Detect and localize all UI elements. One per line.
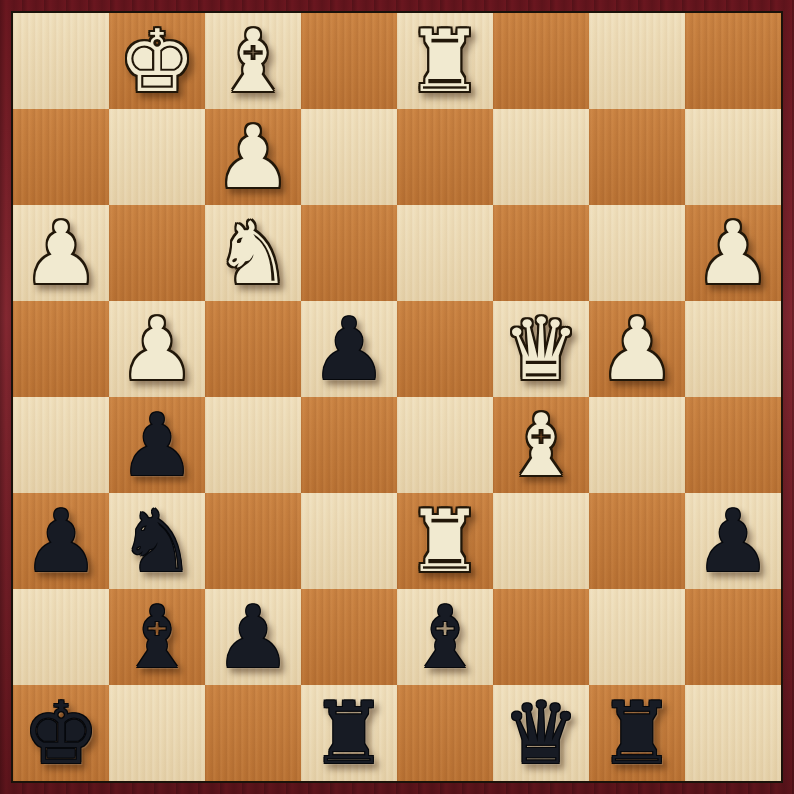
square-d3[interactable] bbox=[301, 493, 397, 589]
black-pawn-d5[interactable]: ♟ bbox=[310, 301, 387, 397]
square-c8[interactable]: ♝ bbox=[205, 13, 301, 109]
white-pawn-c7[interactable]: ♟ bbox=[214, 109, 291, 205]
square-b8[interactable]: ♚ bbox=[109, 13, 205, 109]
square-h3[interactable]: ♟ bbox=[685, 493, 781, 589]
square-f6[interactable] bbox=[493, 205, 589, 301]
white-pawn-h6[interactable]: ♟ bbox=[694, 205, 771, 301]
square-c5[interactable] bbox=[205, 301, 301, 397]
square-a6[interactable]: ♟ bbox=[13, 205, 109, 301]
square-g7[interactable] bbox=[589, 109, 685, 205]
chess-board: ♚♝♜♟♟♞♟♟♟♛♟♟♝♟♞♜♟♝♟♝♚♜♛♜ bbox=[11, 11, 783, 783]
square-f2[interactable] bbox=[493, 589, 589, 685]
square-a3[interactable]: ♟ bbox=[13, 493, 109, 589]
square-e1[interactable] bbox=[397, 685, 493, 781]
white-knight-c6[interactable]: ♞ bbox=[214, 205, 291, 301]
black-pawn-b4[interactable]: ♟ bbox=[118, 397, 195, 493]
square-c3[interactable] bbox=[205, 493, 301, 589]
square-a8[interactable] bbox=[13, 13, 109, 109]
square-g8[interactable] bbox=[589, 13, 685, 109]
square-e3[interactable]: ♜ bbox=[397, 493, 493, 589]
square-h5[interactable] bbox=[685, 301, 781, 397]
square-h6[interactable]: ♟ bbox=[685, 205, 781, 301]
square-b5[interactable]: ♟ bbox=[109, 301, 205, 397]
white-bishop-f4[interactable]: ♝ bbox=[502, 397, 579, 493]
square-h7[interactable] bbox=[685, 109, 781, 205]
white-queen-f5[interactable]: ♛ bbox=[502, 301, 579, 397]
black-rook-g1[interactable]: ♜ bbox=[598, 685, 675, 781]
square-c7[interactable]: ♟ bbox=[205, 109, 301, 205]
square-f3[interactable] bbox=[493, 493, 589, 589]
black-queen-f1[interactable]: ♛ bbox=[502, 685, 579, 781]
black-king-a1[interactable]: ♚ bbox=[22, 685, 99, 781]
square-a1[interactable]: ♚ bbox=[13, 685, 109, 781]
square-e8[interactable]: ♜ bbox=[397, 13, 493, 109]
square-g5[interactable]: ♟ bbox=[589, 301, 685, 397]
square-h8[interactable] bbox=[685, 13, 781, 109]
square-b2[interactable]: ♝ bbox=[109, 589, 205, 685]
square-b4[interactable]: ♟ bbox=[109, 397, 205, 493]
square-f1[interactable]: ♛ bbox=[493, 685, 589, 781]
square-e2[interactable]: ♝ bbox=[397, 589, 493, 685]
black-pawn-c2[interactable]: ♟ bbox=[214, 589, 291, 685]
square-f5[interactable]: ♛ bbox=[493, 301, 589, 397]
white-pawn-a6[interactable]: ♟ bbox=[22, 205, 99, 301]
board-frame: ♚♝♜♟♟♞♟♟♟♛♟♟♝♟♞♜♟♝♟♝♚♜♛♜ bbox=[0, 0, 794, 794]
square-f8[interactable] bbox=[493, 13, 589, 109]
white-king-b8[interactable]: ♚ bbox=[118, 13, 195, 109]
square-e6[interactable] bbox=[397, 205, 493, 301]
square-g6[interactable] bbox=[589, 205, 685, 301]
square-b3[interactable]: ♞ bbox=[109, 493, 205, 589]
square-d5[interactable]: ♟ bbox=[301, 301, 397, 397]
white-pawn-g5[interactable]: ♟ bbox=[598, 301, 675, 397]
square-b6[interactable] bbox=[109, 205, 205, 301]
square-a5[interactable] bbox=[13, 301, 109, 397]
square-d2[interactable] bbox=[301, 589, 397, 685]
white-pawn-b5[interactable]: ♟ bbox=[118, 301, 195, 397]
square-h4[interactable] bbox=[685, 397, 781, 493]
black-bishop-e2[interactable]: ♝ bbox=[406, 589, 483, 685]
black-knight-b3[interactable]: ♞ bbox=[118, 493, 195, 589]
black-bishop-b2[interactable]: ♝ bbox=[118, 589, 195, 685]
square-d1[interactable]: ♜ bbox=[301, 685, 397, 781]
square-d8[interactable] bbox=[301, 13, 397, 109]
square-a4[interactable] bbox=[13, 397, 109, 493]
square-e7[interactable] bbox=[397, 109, 493, 205]
square-e4[interactable] bbox=[397, 397, 493, 493]
square-h1[interactable] bbox=[685, 685, 781, 781]
square-d4[interactable] bbox=[301, 397, 397, 493]
square-g1[interactable]: ♜ bbox=[589, 685, 685, 781]
square-c2[interactable]: ♟ bbox=[205, 589, 301, 685]
square-g4[interactable] bbox=[589, 397, 685, 493]
square-h2[interactable] bbox=[685, 589, 781, 685]
square-d7[interactable] bbox=[301, 109, 397, 205]
square-b1[interactable] bbox=[109, 685, 205, 781]
black-pawn-h3[interactable]: ♟ bbox=[694, 493, 771, 589]
black-pawn-a3[interactable]: ♟ bbox=[22, 493, 99, 589]
square-f7[interactable] bbox=[493, 109, 589, 205]
square-b7[interactable] bbox=[109, 109, 205, 205]
square-a2[interactable] bbox=[13, 589, 109, 685]
square-c6[interactable]: ♞ bbox=[205, 205, 301, 301]
white-rook-e8[interactable]: ♜ bbox=[406, 13, 483, 109]
square-c4[interactable] bbox=[205, 397, 301, 493]
square-g2[interactable] bbox=[589, 589, 685, 685]
square-d6[interactable] bbox=[301, 205, 397, 301]
square-c1[interactable] bbox=[205, 685, 301, 781]
square-g3[interactable] bbox=[589, 493, 685, 589]
white-bishop-c8[interactable]: ♝ bbox=[214, 13, 291, 109]
black-rook-d1[interactable]: ♜ bbox=[310, 685, 387, 781]
square-f4[interactable]: ♝ bbox=[493, 397, 589, 493]
white-rook-e3[interactable]: ♜ bbox=[406, 493, 483, 589]
square-a7[interactable] bbox=[13, 109, 109, 205]
square-e5[interactable] bbox=[397, 301, 493, 397]
